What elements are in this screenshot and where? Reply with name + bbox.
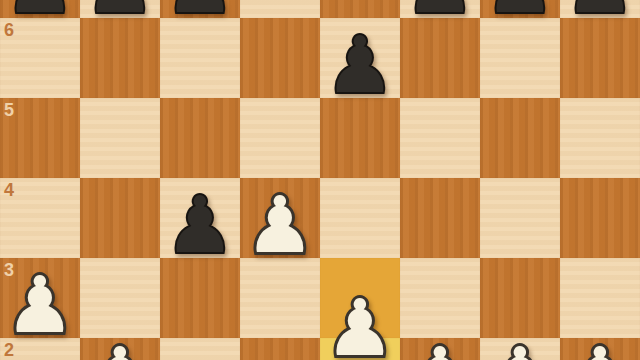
- square-b4[interactable]: [80, 178, 160, 258]
- square-b2[interactable]: [80, 338, 160, 360]
- square-f5[interactable]: [400, 98, 480, 178]
- rank-label-2: 2: [4, 340, 14, 360]
- rank-label-4: 4: [4, 180, 14, 201]
- black-pawn-c7[interactable]: [160, 0, 240, 25]
- square-g3[interactable]: [480, 258, 560, 338]
- square-h7[interactable]: [560, 0, 640, 18]
- square-b6[interactable]: [80, 18, 160, 98]
- square-c2[interactable]: [160, 338, 240, 360]
- square-h2[interactable]: [560, 338, 640, 360]
- black-pawn-b7[interactable]: [80, 0, 160, 25]
- square-f2[interactable]: [400, 338, 480, 360]
- square-a5[interactable]: 5: [0, 98, 80, 178]
- square-f7[interactable]: [400, 0, 480, 18]
- square-e4[interactable]: [320, 178, 400, 258]
- black-pawn-g7[interactable]: [480, 0, 560, 25]
- square-g2[interactable]: [480, 338, 560, 360]
- square-c5[interactable]: [160, 98, 240, 178]
- square-a3[interactable]: 3: [0, 258, 80, 338]
- black-pawn-e6[interactable]: [320, 25, 400, 105]
- white-pawn-f2[interactable]: [400, 336, 480, 360]
- square-e3[interactable]: [320, 258, 400, 338]
- board-grid: 65432: [0, 0, 640, 360]
- square-g5[interactable]: [480, 98, 560, 178]
- square-d4[interactable]: [240, 178, 320, 258]
- square-c7[interactable]: [160, 0, 240, 18]
- square-d2[interactable]: [240, 338, 320, 360]
- square-h4[interactable]: [560, 178, 640, 258]
- square-d5[interactable]: [240, 98, 320, 178]
- square-c6[interactable]: [160, 18, 240, 98]
- square-e5[interactable]: [320, 98, 400, 178]
- square-a7[interactable]: [0, 0, 80, 18]
- black-pawn-c4[interactable]: [160, 185, 240, 265]
- square-c3[interactable]: [160, 258, 240, 338]
- chessboard: 65432: [0, 0, 640, 360]
- square-d3[interactable]: [240, 258, 320, 338]
- square-h3[interactable]: [560, 258, 640, 338]
- square-b3[interactable]: [80, 258, 160, 338]
- square-g6[interactable]: [480, 18, 560, 98]
- black-pawn-h7[interactable]: [560, 0, 640, 25]
- square-d7[interactable]: [240, 0, 320, 18]
- square-g4[interactable]: [480, 178, 560, 258]
- square-a6[interactable]: 6: [0, 18, 80, 98]
- square-f3[interactable]: [400, 258, 480, 338]
- square-e6[interactable]: [320, 18, 400, 98]
- rank-label-6: 6: [4, 20, 14, 41]
- square-h5[interactable]: [560, 98, 640, 178]
- square-c4[interactable]: [160, 178, 240, 258]
- white-pawn-h2[interactable]: [560, 336, 640, 360]
- black-pawn-f7[interactable]: [400, 0, 480, 25]
- square-f4[interactable]: [400, 178, 480, 258]
- white-pawn-e3[interactable]: [320, 288, 400, 360]
- square-b5[interactable]: [80, 98, 160, 178]
- square-a4[interactable]: 4: [0, 178, 80, 258]
- rank-label-3: 3: [4, 260, 14, 281]
- rank-label-5: 5: [4, 100, 14, 121]
- square-f6[interactable]: [400, 18, 480, 98]
- square-g7[interactable]: [480, 0, 560, 18]
- square-d6[interactable]: [240, 18, 320, 98]
- white-pawn-g2[interactable]: [480, 336, 560, 360]
- white-pawn-d4[interactable]: [240, 185, 320, 265]
- square-e7[interactable]: [320, 0, 400, 18]
- square-h6[interactable]: [560, 18, 640, 98]
- square-b7[interactable]: [80, 0, 160, 18]
- white-pawn-b2[interactable]: [80, 336, 160, 360]
